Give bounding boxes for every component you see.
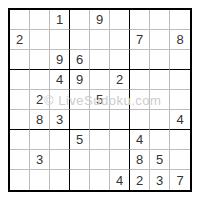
cell-r6c1[interactable] [10,110,30,130]
sudoku-board: 192789649225834543854237 [8,8,192,192]
cell-r2c9[interactable]: 8 [170,30,190,50]
cell-r4c4[interactable]: 9 [70,70,90,90]
cell-r6c4[interactable] [70,110,90,130]
cell-r4c1[interactable] [10,70,30,90]
cell-r2c2[interactable] [30,30,50,50]
cell-r3c6[interactable] [110,50,130,70]
cell-r4c9[interactable] [170,70,190,90]
cell-r2c4[interactable] [70,30,90,50]
cell-r7c2[interactable] [30,130,50,150]
cell-r5c6[interactable] [110,90,130,110]
cell-r5c1[interactable] [10,90,30,110]
cell-r2c1[interactable]: 2 [10,30,30,50]
cell-r9c7[interactable]: 2 [130,170,150,190]
cell-r8c1[interactable] [10,150,30,170]
cell-r7c3[interactable] [50,130,70,150]
cell-r4c3[interactable]: 4 [50,70,70,90]
cell-r6c9[interactable]: 4 [170,110,190,130]
cell-r7c6[interactable] [110,130,130,150]
cell-r4c7[interactable] [130,70,150,90]
cell-r1c1[interactable] [10,10,30,30]
cell-r7c4[interactable]: 5 [70,130,90,150]
cell-r5c2[interactable]: 2 [30,90,50,110]
cell-r8c7[interactable]: 8 [130,150,150,170]
cell-r1c6[interactable] [110,10,130,30]
cell-r2c7[interactable]: 7 [130,30,150,50]
cell-r7c7[interactable]: 4 [130,130,150,150]
cell-r1c7[interactable] [130,10,150,30]
cell-r9c3[interactable] [50,170,70,190]
cell-r8c6[interactable] [110,150,130,170]
cell-r9c2[interactable] [30,170,50,190]
cell-r7c9[interactable] [170,130,190,150]
cell-r6c8[interactable] [150,110,170,130]
cell-r1c2[interactable] [30,10,50,30]
cell-r9c4[interactable] [70,170,90,190]
cell-r1c9[interactable] [170,10,190,30]
cell-r8c8[interactable]: 5 [150,150,170,170]
cell-r6c6[interactable] [110,110,130,130]
cell-r9c6[interactable]: 4 [110,170,130,190]
cell-r7c8[interactable] [150,130,170,150]
cell-r6c2[interactable]: 8 [30,110,50,130]
cell-r8c3[interactable] [50,150,70,170]
cell-r2c6[interactable] [110,30,130,50]
cell-r7c1[interactable] [10,130,30,150]
cell-r3c5[interactable] [90,50,110,70]
cell-r2c8[interactable] [150,30,170,50]
cell-r5c9[interactable] [170,90,190,110]
cell-r3c8[interactable] [150,50,170,70]
cell-r1c5[interactable]: 9 [90,10,110,30]
cell-r7c5[interactable] [90,130,110,150]
cell-r1c4[interactable] [70,10,90,30]
cell-r9c1[interactable] [10,170,30,190]
cell-r9c9[interactable]: 7 [170,170,190,190]
cell-r3c7[interactable] [130,50,150,70]
cell-r3c2[interactable] [30,50,50,70]
cell-r5c3[interactable] [50,90,70,110]
cell-r6c7[interactable] [130,110,150,130]
cell-r3c3[interactable]: 9 [50,50,70,70]
sudoku-page: 192789649225834543854237 © LiveSudoku.co… [0,0,200,200]
cell-r2c3[interactable] [50,30,70,50]
cell-r5c4[interactable] [70,90,90,110]
cell-r8c4[interactable] [70,150,90,170]
cell-r9c8[interactable]: 3 [150,170,170,190]
cell-r4c5[interactable] [90,70,110,90]
cell-r8c5[interactable] [90,150,110,170]
cell-r5c5[interactable]: 5 [90,90,110,110]
cell-r3c9[interactable] [170,50,190,70]
cell-r4c8[interactable] [150,70,170,90]
cell-r2c5[interactable] [90,30,110,50]
cell-r3c1[interactable] [10,50,30,70]
cell-r9c5[interactable] [90,170,110,190]
cell-r8c9[interactable] [170,150,190,170]
cell-r1c3[interactable]: 1 [50,10,70,30]
cell-r1c8[interactable] [150,10,170,30]
cell-r4c6[interactable]: 2 [110,70,130,90]
cell-r5c8[interactable] [150,90,170,110]
cell-r5c7[interactable] [130,90,150,110]
cell-r3c4[interactable]: 6 [70,50,90,70]
cell-r6c3[interactable]: 3 [50,110,70,130]
cell-r6c5[interactable] [90,110,110,130]
cell-r4c2[interactable] [30,70,50,90]
cell-r8c2[interactable]: 3 [30,150,50,170]
